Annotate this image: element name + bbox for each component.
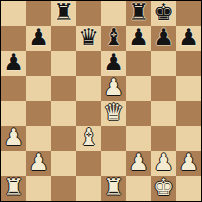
square-c3[interactable] xyxy=(51,126,76,151)
square-g1[interactable]: ♚ xyxy=(151,176,176,201)
piece-white-pawn: ♟ xyxy=(103,75,124,100)
square-a3[interactable]: ♟ xyxy=(1,126,26,151)
piece-white-bishop: ♝ xyxy=(78,125,99,150)
square-f6[interactable] xyxy=(126,51,151,76)
square-c1[interactable] xyxy=(51,176,76,201)
square-g7[interactable]: ♟ xyxy=(151,26,176,51)
piece-black-pawn: ♟ xyxy=(178,25,199,50)
square-c7[interactable] xyxy=(51,26,76,51)
square-a4[interactable] xyxy=(1,101,26,126)
square-d2[interactable] xyxy=(76,151,101,176)
square-e6[interactable]: ♟ xyxy=(101,51,126,76)
square-g8[interactable]: ♚ xyxy=(151,1,176,26)
square-d4[interactable] xyxy=(76,101,101,126)
piece-white-pawn: ♟ xyxy=(178,150,199,175)
square-c2[interactable] xyxy=(51,151,76,176)
square-g4[interactable] xyxy=(151,101,176,126)
square-b6[interactable] xyxy=(26,51,51,76)
square-f2[interactable]: ♟ xyxy=(126,151,151,176)
piece-black-queen: ♛ xyxy=(78,25,99,50)
square-b3[interactable] xyxy=(26,126,51,151)
piece-black-rook: ♜ xyxy=(128,0,149,25)
square-b8[interactable] xyxy=(26,1,51,26)
chessboard: ♜♜♚♟♛♝♟♟♟♟♟♟♛♟♝♟♟♟♟♜♜♚ xyxy=(1,1,201,201)
piece-black-pawn: ♟ xyxy=(103,50,124,75)
square-f8[interactable]: ♜ xyxy=(126,1,151,26)
piece-black-pawn: ♟ xyxy=(28,25,49,50)
piece-black-pawn: ♟ xyxy=(153,25,174,50)
chessboard-frame: ♜♜♚♟♛♝♟♟♟♟♟♟♛♟♝♟♟♟♟♜♜♚ xyxy=(0,0,202,202)
square-a1[interactable]: ♜ xyxy=(1,176,26,201)
square-a5[interactable] xyxy=(1,76,26,101)
square-f5[interactable] xyxy=(126,76,151,101)
square-g2[interactable]: ♟ xyxy=(151,151,176,176)
piece-white-pawn: ♟ xyxy=(28,150,49,175)
square-f4[interactable] xyxy=(126,101,151,126)
square-h8[interactable] xyxy=(176,1,201,26)
square-f1[interactable] xyxy=(126,176,151,201)
piece-black-bishop: ♝ xyxy=(103,25,124,50)
square-g5[interactable] xyxy=(151,76,176,101)
piece-black-king: ♚ xyxy=(153,0,174,25)
square-h5[interactable] xyxy=(176,76,201,101)
square-b4[interactable] xyxy=(26,101,51,126)
square-e8[interactable] xyxy=(101,1,126,26)
square-h1[interactable] xyxy=(176,176,201,201)
square-f7[interactable]: ♟ xyxy=(126,26,151,51)
square-c8[interactable]: ♜ xyxy=(51,1,76,26)
square-e2[interactable] xyxy=(101,151,126,176)
square-h2[interactable]: ♟ xyxy=(176,151,201,176)
square-f3[interactable] xyxy=(126,126,151,151)
piece-white-rook: ♜ xyxy=(103,175,124,200)
square-e1[interactable]: ♜ xyxy=(101,176,126,201)
square-d1[interactable] xyxy=(76,176,101,201)
piece-white-pawn: ♟ xyxy=(128,150,149,175)
square-h4[interactable] xyxy=(176,101,201,126)
square-b7[interactable]: ♟ xyxy=(26,26,51,51)
square-b5[interactable] xyxy=(26,76,51,101)
square-e4[interactable]: ♛ xyxy=(101,101,126,126)
piece-black-rook: ♜ xyxy=(53,0,74,25)
piece-white-pawn: ♟ xyxy=(3,125,24,150)
piece-white-pawn: ♟ xyxy=(153,150,174,175)
square-b1[interactable] xyxy=(26,176,51,201)
piece-black-pawn: ♟ xyxy=(3,50,24,75)
square-d7[interactable]: ♛ xyxy=(76,26,101,51)
square-e5[interactable]: ♟ xyxy=(101,76,126,101)
square-a7[interactable] xyxy=(1,26,26,51)
square-d3[interactable]: ♝ xyxy=(76,126,101,151)
square-c6[interactable] xyxy=(51,51,76,76)
square-e7[interactable]: ♝ xyxy=(101,26,126,51)
square-c4[interactable] xyxy=(51,101,76,126)
square-h6[interactable] xyxy=(176,51,201,76)
piece-white-queen: ♛ xyxy=(103,100,124,125)
square-b2[interactable]: ♟ xyxy=(26,151,51,176)
piece-white-king: ♚ xyxy=(153,175,174,200)
square-h7[interactable]: ♟ xyxy=(176,26,201,51)
square-d8[interactable] xyxy=(76,1,101,26)
square-a6[interactable]: ♟ xyxy=(1,51,26,76)
piece-white-rook: ♜ xyxy=(3,175,24,200)
square-e3[interactable] xyxy=(101,126,126,151)
square-a2[interactable] xyxy=(1,151,26,176)
square-c5[interactable] xyxy=(51,76,76,101)
piece-black-pawn: ♟ xyxy=(128,25,149,50)
square-a8[interactable] xyxy=(1,1,26,26)
square-g3[interactable] xyxy=(151,126,176,151)
square-d6[interactable] xyxy=(76,51,101,76)
square-g6[interactable] xyxy=(151,51,176,76)
square-h3[interactable] xyxy=(176,126,201,151)
square-d5[interactable] xyxy=(76,76,101,101)
